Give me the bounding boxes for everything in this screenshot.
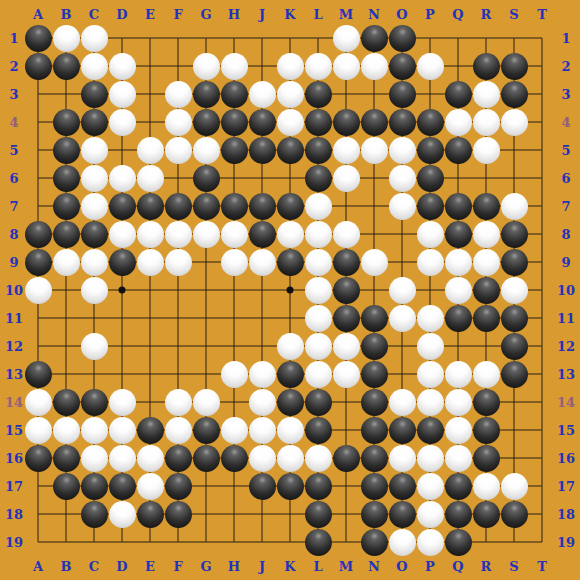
point-N6[interactable] [360,164,388,192]
point-S14[interactable] [500,388,528,416]
point-F2[interactable] [164,52,192,80]
point-C7[interactable] [80,192,108,220]
point-M6[interactable] [332,164,360,192]
point-N17[interactable] [360,472,388,500]
point-L16[interactable] [304,444,332,472]
point-K10[interactable] [276,276,304,304]
point-P2[interactable] [416,52,444,80]
point-N15[interactable] [360,416,388,444]
point-L14[interactable] [304,388,332,416]
point-A18[interactable] [24,500,52,528]
point-K2[interactable] [276,52,304,80]
point-P4[interactable] [416,108,444,136]
point-R12[interactable] [472,332,500,360]
point-O11[interactable] [388,304,416,332]
point-S1[interactable] [500,24,528,52]
point-N5[interactable] [360,136,388,164]
point-H10[interactable] [220,276,248,304]
point-T15[interactable] [528,416,556,444]
point-R7[interactable] [472,192,500,220]
point-T18[interactable] [528,500,556,528]
point-J1[interactable] [248,24,276,52]
point-E15[interactable] [136,416,164,444]
point-F14[interactable] [164,388,192,416]
point-O13[interactable] [388,360,416,388]
point-P9[interactable] [416,248,444,276]
point-B15[interactable] [52,416,80,444]
point-N1[interactable] [360,24,388,52]
point-L12[interactable] [304,332,332,360]
point-S12[interactable] [500,332,528,360]
point-K5[interactable] [276,136,304,164]
point-N19[interactable] [360,528,388,556]
point-F5[interactable] [164,136,192,164]
point-H12[interactable] [220,332,248,360]
point-R9[interactable] [472,248,500,276]
point-T12[interactable] [528,332,556,360]
point-D9[interactable] [108,248,136,276]
point-B1[interactable] [52,24,80,52]
point-P7[interactable] [416,192,444,220]
point-O12[interactable] [388,332,416,360]
point-Q1[interactable] [444,24,472,52]
point-A7[interactable] [24,192,52,220]
point-M15[interactable] [332,416,360,444]
point-D8[interactable] [108,220,136,248]
point-H9[interactable] [220,248,248,276]
point-L11[interactable] [304,304,332,332]
point-Q2[interactable] [444,52,472,80]
point-L19[interactable] [304,528,332,556]
point-S17[interactable] [500,472,528,500]
point-K3[interactable] [276,80,304,108]
point-C15[interactable] [80,416,108,444]
point-M11[interactable] [332,304,360,332]
point-M19[interactable] [332,528,360,556]
point-A4[interactable] [24,108,52,136]
point-A19[interactable] [24,528,52,556]
point-O6[interactable] [388,164,416,192]
point-O5[interactable] [388,136,416,164]
point-G11[interactable] [192,304,220,332]
point-D12[interactable] [108,332,136,360]
point-R1[interactable] [472,24,500,52]
point-G13[interactable] [192,360,220,388]
point-J18[interactable] [248,500,276,528]
point-E8[interactable] [136,220,164,248]
point-D13[interactable] [108,360,136,388]
point-A8[interactable] [24,220,52,248]
point-R4[interactable] [472,108,500,136]
point-F18[interactable] [164,500,192,528]
point-J11[interactable] [248,304,276,332]
point-K6[interactable] [276,164,304,192]
point-A3[interactable] [24,80,52,108]
point-C9[interactable] [80,248,108,276]
point-S10[interactable] [500,276,528,304]
point-O4[interactable] [388,108,416,136]
point-T16[interactable] [528,444,556,472]
point-S16[interactable] [500,444,528,472]
point-G6[interactable] [192,164,220,192]
point-K7[interactable] [276,192,304,220]
point-H8[interactable] [220,220,248,248]
point-F7[interactable] [164,192,192,220]
point-E3[interactable] [136,80,164,108]
point-T9[interactable] [528,248,556,276]
point-E5[interactable] [136,136,164,164]
point-Q15[interactable] [444,416,472,444]
point-D10[interactable] [108,276,136,304]
point-Q6[interactable] [444,164,472,192]
point-A1[interactable] [24,24,52,52]
point-H14[interactable] [220,388,248,416]
point-L15[interactable] [304,416,332,444]
point-T13[interactable] [528,360,556,388]
point-D18[interactable] [108,500,136,528]
point-R17[interactable] [472,472,500,500]
point-O8[interactable] [388,220,416,248]
point-O18[interactable] [388,500,416,528]
point-R14[interactable] [472,388,500,416]
point-E4[interactable] [136,108,164,136]
point-S2[interactable] [500,52,528,80]
point-D1[interactable] [108,24,136,52]
point-P3[interactable] [416,80,444,108]
point-M17[interactable] [332,472,360,500]
point-C17[interactable] [80,472,108,500]
point-F11[interactable] [164,304,192,332]
point-R6[interactable] [472,164,500,192]
point-L1[interactable] [304,24,332,52]
point-E18[interactable] [136,500,164,528]
point-M18[interactable] [332,500,360,528]
point-F19[interactable] [164,528,192,556]
point-N4[interactable] [360,108,388,136]
point-S8[interactable] [500,220,528,248]
point-B7[interactable] [52,192,80,220]
point-O7[interactable] [388,192,416,220]
point-G16[interactable] [192,444,220,472]
point-E9[interactable] [136,248,164,276]
point-M7[interactable] [332,192,360,220]
point-S11[interactable] [500,304,528,332]
point-P12[interactable] [416,332,444,360]
point-H18[interactable] [220,500,248,528]
point-D6[interactable] [108,164,136,192]
point-F9[interactable] [164,248,192,276]
point-L6[interactable] [304,164,332,192]
point-K8[interactable] [276,220,304,248]
point-Q14[interactable] [444,388,472,416]
point-K14[interactable] [276,388,304,416]
point-R10[interactable] [472,276,500,304]
point-F8[interactable] [164,220,192,248]
point-H4[interactable] [220,108,248,136]
point-G18[interactable] [192,500,220,528]
point-S7[interactable] [500,192,528,220]
point-R11[interactable] [472,304,500,332]
point-E10[interactable] [136,276,164,304]
point-C6[interactable] [80,164,108,192]
point-C1[interactable] [80,24,108,52]
point-E1[interactable] [136,24,164,52]
point-T5[interactable] [528,136,556,164]
point-N9[interactable] [360,248,388,276]
point-D5[interactable] [108,136,136,164]
point-Q19[interactable] [444,528,472,556]
point-T7[interactable] [528,192,556,220]
point-M9[interactable] [332,248,360,276]
point-O2[interactable] [388,52,416,80]
point-A16[interactable] [24,444,52,472]
point-D3[interactable] [108,80,136,108]
point-P11[interactable] [416,304,444,332]
point-P16[interactable] [416,444,444,472]
point-H15[interactable] [220,416,248,444]
point-P1[interactable] [416,24,444,52]
point-E6[interactable] [136,164,164,192]
point-C18[interactable] [80,500,108,528]
point-E2[interactable] [136,52,164,80]
point-A11[interactable] [24,304,52,332]
point-S6[interactable] [500,164,528,192]
point-C12[interactable] [80,332,108,360]
point-N16[interactable] [360,444,388,472]
point-H2[interactable] [220,52,248,80]
point-M8[interactable] [332,220,360,248]
point-J17[interactable] [248,472,276,500]
point-L10[interactable] [304,276,332,304]
point-O15[interactable] [388,416,416,444]
point-O10[interactable] [388,276,416,304]
point-J10[interactable] [248,276,276,304]
point-T19[interactable] [528,528,556,556]
point-H1[interactable] [220,24,248,52]
point-T1[interactable] [528,24,556,52]
point-S19[interactable] [500,528,528,556]
point-T2[interactable] [528,52,556,80]
point-F16[interactable] [164,444,192,472]
point-Q4[interactable] [444,108,472,136]
point-M2[interactable] [332,52,360,80]
point-R18[interactable] [472,500,500,528]
point-H13[interactable] [220,360,248,388]
point-A10[interactable] [24,276,52,304]
point-K15[interactable] [276,416,304,444]
point-T14[interactable] [528,388,556,416]
point-D17[interactable] [108,472,136,500]
point-R13[interactable] [472,360,500,388]
point-C19[interactable] [80,528,108,556]
point-J7[interactable] [248,192,276,220]
point-B4[interactable] [52,108,80,136]
point-F3[interactable] [164,80,192,108]
point-A5[interactable] [24,136,52,164]
point-G12[interactable] [192,332,220,360]
point-L13[interactable] [304,360,332,388]
point-B18[interactable] [52,500,80,528]
point-L17[interactable] [304,472,332,500]
point-G17[interactable] [192,472,220,500]
point-Q17[interactable] [444,472,472,500]
point-J2[interactable] [248,52,276,80]
point-A2[interactable] [24,52,52,80]
point-F6[interactable] [164,164,192,192]
point-M14[interactable] [332,388,360,416]
point-C13[interactable] [80,360,108,388]
point-R5[interactable] [472,136,500,164]
point-M3[interactable] [332,80,360,108]
point-P5[interactable] [416,136,444,164]
point-T6[interactable] [528,164,556,192]
point-O3[interactable] [388,80,416,108]
point-H17[interactable] [220,472,248,500]
point-S15[interactable] [500,416,528,444]
point-M12[interactable] [332,332,360,360]
point-B16[interactable] [52,444,80,472]
point-C14[interactable] [80,388,108,416]
point-A14[interactable] [24,388,52,416]
point-P14[interactable] [416,388,444,416]
point-A6[interactable] [24,164,52,192]
point-B19[interactable] [52,528,80,556]
point-N14[interactable] [360,388,388,416]
point-M16[interactable] [332,444,360,472]
point-Q13[interactable] [444,360,472,388]
point-E16[interactable] [136,444,164,472]
point-S4[interactable] [500,108,528,136]
point-F17[interactable] [164,472,192,500]
point-C5[interactable] [80,136,108,164]
point-A13[interactable] [24,360,52,388]
point-Q9[interactable] [444,248,472,276]
point-L7[interactable] [304,192,332,220]
point-D15[interactable] [108,416,136,444]
point-P10[interactable] [416,276,444,304]
point-D11[interactable] [108,304,136,332]
point-N10[interactable] [360,276,388,304]
point-J8[interactable] [248,220,276,248]
point-L18[interactable] [304,500,332,528]
point-F10[interactable] [164,276,192,304]
point-D2[interactable] [108,52,136,80]
point-O1[interactable] [388,24,416,52]
point-J16[interactable] [248,444,276,472]
point-K11[interactable] [276,304,304,332]
point-A12[interactable] [24,332,52,360]
point-L5[interactable] [304,136,332,164]
point-C10[interactable] [80,276,108,304]
point-H16[interactable] [220,444,248,472]
point-M1[interactable] [332,24,360,52]
point-G5[interactable] [192,136,220,164]
point-O9[interactable] [388,248,416,276]
point-A15[interactable] [24,416,52,444]
point-O16[interactable] [388,444,416,472]
point-R2[interactable] [472,52,500,80]
point-K19[interactable] [276,528,304,556]
point-T8[interactable] [528,220,556,248]
point-H6[interactable] [220,164,248,192]
point-C16[interactable] [80,444,108,472]
point-B10[interactable] [52,276,80,304]
point-M5[interactable] [332,136,360,164]
point-N8[interactable] [360,220,388,248]
point-L4[interactable] [304,108,332,136]
point-F4[interactable] [164,108,192,136]
point-E13[interactable] [136,360,164,388]
point-T4[interactable] [528,108,556,136]
point-N12[interactable] [360,332,388,360]
point-N3[interactable] [360,80,388,108]
point-J4[interactable] [248,108,276,136]
point-J15[interactable] [248,416,276,444]
point-O14[interactable] [388,388,416,416]
point-Q5[interactable] [444,136,472,164]
point-P17[interactable] [416,472,444,500]
point-M10[interactable] [332,276,360,304]
point-M13[interactable] [332,360,360,388]
point-K12[interactable] [276,332,304,360]
point-P6[interactable] [416,164,444,192]
point-P8[interactable] [416,220,444,248]
point-F12[interactable] [164,332,192,360]
point-E17[interactable] [136,472,164,500]
point-J13[interactable] [248,360,276,388]
point-O19[interactable] [388,528,416,556]
point-S13[interactable] [500,360,528,388]
point-J5[interactable] [248,136,276,164]
point-G9[interactable] [192,248,220,276]
point-T11[interactable] [528,304,556,332]
point-K18[interactable] [276,500,304,528]
point-B3[interactable] [52,80,80,108]
point-G4[interactable] [192,108,220,136]
point-J9[interactable] [248,248,276,276]
point-Q16[interactable] [444,444,472,472]
point-E7[interactable] [136,192,164,220]
point-R3[interactable] [472,80,500,108]
point-Q3[interactable] [444,80,472,108]
point-B9[interactable] [52,248,80,276]
point-F1[interactable] [164,24,192,52]
point-N11[interactable] [360,304,388,332]
point-G15[interactable] [192,416,220,444]
point-N2[interactable] [360,52,388,80]
point-S9[interactable] [500,248,528,276]
point-G14[interactable] [192,388,220,416]
point-G2[interactable] [192,52,220,80]
point-Q11[interactable] [444,304,472,332]
point-F13[interactable] [164,360,192,388]
point-K16[interactable] [276,444,304,472]
point-Q12[interactable] [444,332,472,360]
point-G19[interactable] [192,528,220,556]
point-B11[interactable] [52,304,80,332]
point-K4[interactable] [276,108,304,136]
point-A9[interactable] [24,248,52,276]
point-N13[interactable] [360,360,388,388]
point-E14[interactable] [136,388,164,416]
point-S5[interactable] [500,136,528,164]
point-R15[interactable] [472,416,500,444]
point-T3[interactable] [528,80,556,108]
point-H7[interactable] [220,192,248,220]
point-J19[interactable] [248,528,276,556]
point-P19[interactable] [416,528,444,556]
point-R16[interactable] [472,444,500,472]
